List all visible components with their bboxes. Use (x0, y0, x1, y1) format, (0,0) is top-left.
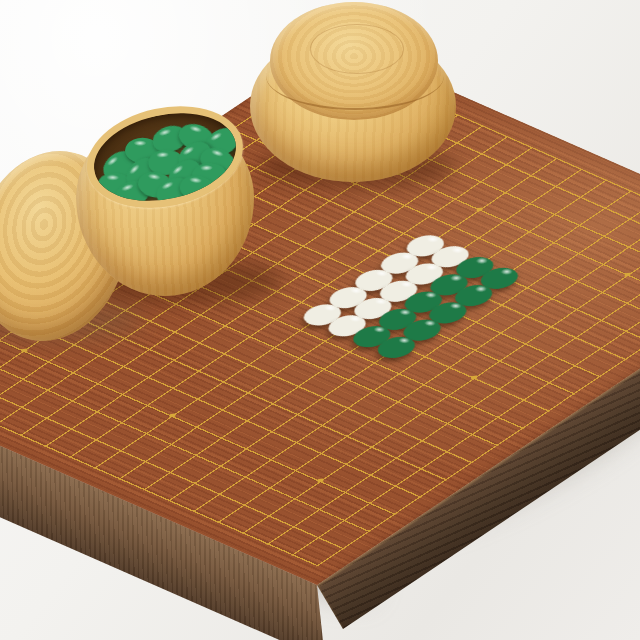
go-set-photo: ●●●●●●●●●●●●●●●●●●●● ●●●●●●●●●●●●●●●● (0, 0, 640, 640)
stone-bowl-open: ●●●●●●●●●●●●●●●● (76, 98, 254, 296)
stone-bowl-closed (248, 2, 460, 186)
star-point (477, 207, 483, 211)
closed-bowl-lid-ring (310, 24, 404, 74)
